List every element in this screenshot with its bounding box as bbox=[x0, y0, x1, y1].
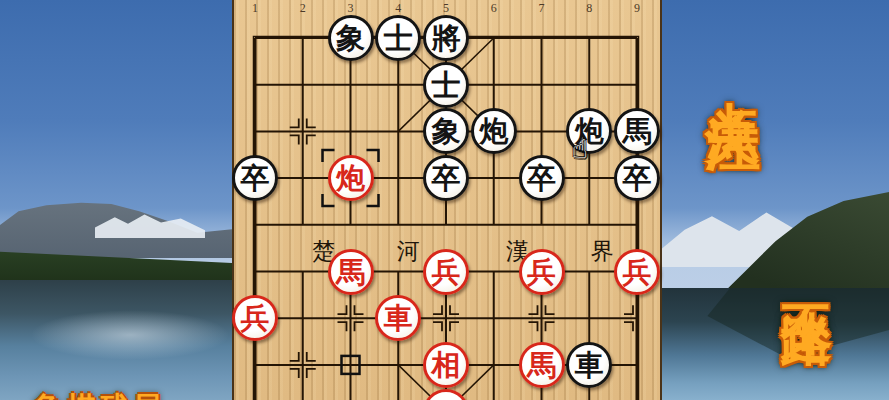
piece-red-炮-f3r3[interactable]: 炮 bbox=[328, 155, 374, 201]
column-label-2: 2 bbox=[293, 1, 313, 16]
piece-red-馬-f7r7[interactable]: 馬 bbox=[519, 342, 565, 388]
no-lost-banner-text: 不迷路 bbox=[777, 264, 837, 279]
piece-black-炮-f6r2[interactable]: 炮 bbox=[471, 108, 517, 154]
column-label-9: 9 bbox=[627, 1, 647, 16]
piece-black-卒-f9r3[interactable]: 卒 bbox=[614, 155, 660, 201]
column-label-8: 8 bbox=[579, 1, 599, 16]
column-label-6: 6 bbox=[484, 1, 504, 16]
piece-red-兵-f5r5[interactable]: 兵 bbox=[423, 249, 469, 295]
piece-red-相-f5r7[interactable]: 相 bbox=[423, 342, 469, 388]
piece-black-士-f5r1[interactable]: 士 bbox=[423, 62, 469, 108]
piece-black-象-f3r0[interactable]: 象 bbox=[328, 15, 374, 61]
hand-cursor-icon: ☝ bbox=[572, 134, 588, 164]
piece-red-兵-f9r5[interactable]: 兵 bbox=[614, 249, 660, 295]
left-lake-scene bbox=[0, 0, 232, 400]
video-frame: 123456789楚 河漢 界象士將士象炮炮馬卒炮卒卒卒馬兵兵兵兵車相馬車 ☝ … bbox=[0, 0, 889, 400]
column-label-3: 3 bbox=[341, 1, 361, 16]
piece-black-卒-f7r3[interactable]: 卒 bbox=[519, 155, 565, 201]
follow-banner-text: 点关注 bbox=[700, 56, 766, 74]
column-label-4: 4 bbox=[388, 1, 408, 16]
column-label-1: 1 bbox=[245, 1, 265, 16]
column-label-5: 5 bbox=[436, 1, 456, 16]
piece-red-兵-f7r5[interactable]: 兵 bbox=[519, 249, 565, 295]
bottom-left-caption: 象棋残局 bbox=[33, 388, 165, 400]
water-reflection bbox=[30, 310, 230, 360]
piece-black-卒-f5r3[interactable]: 卒 bbox=[423, 155, 469, 201]
piece-red-兵-f1r6[interactable]: 兵 bbox=[232, 295, 278, 341]
piece-red-馬-f3r5[interactable]: 馬 bbox=[328, 249, 374, 295]
right-lake-scene bbox=[662, 0, 889, 400]
piece-black-卒-f1r3[interactable]: 卒 bbox=[232, 155, 278, 201]
piece-black-將-f5r0[interactable]: 將 bbox=[423, 15, 469, 61]
piece-black-車-f8r7[interactable]: 車 bbox=[566, 342, 612, 388]
column-label-7: 7 bbox=[532, 1, 552, 16]
piece-black-士-f4r0[interactable]: 士 bbox=[375, 15, 421, 61]
xiangqi-board[interactable]: 123456789楚 河漢 界象士將士象炮炮馬卒炮卒卒卒馬兵兵兵兵車相馬車 bbox=[232, 0, 662, 400]
